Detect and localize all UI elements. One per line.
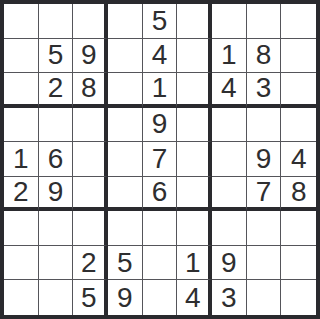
cell-r6c3[interactable] [73, 177, 108, 212]
given-digit: 4 [185, 284, 201, 312]
cell-r4c1[interactable] [4, 108, 39, 143]
given-digit: 8 [291, 178, 307, 206]
cell-r6c1[interactable]: 2 [4, 177, 39, 212]
cell-r7c6[interactable] [177, 211, 212, 246]
cell-r6c8[interactable]: 7 [247, 177, 282, 212]
cell-r7c4[interactable] [108, 211, 143, 246]
cell-r1c1[interactable] [4, 4, 39, 39]
cell-r4c8[interactable] [247, 108, 282, 143]
cell-r8c4[interactable]: 5 [108, 246, 143, 281]
cell-r6c4[interactable] [108, 177, 143, 212]
cell-r5c7[interactable] [212, 142, 247, 177]
cell-r4c4[interactable] [108, 108, 143, 143]
cell-r6c7[interactable] [212, 177, 247, 212]
cell-r8c6[interactable]: 1 [177, 246, 212, 281]
given-digit: 1 [152, 74, 168, 102]
cell-r4c5[interactable]: 9 [143, 108, 178, 143]
cell-r1c3[interactable] [73, 4, 108, 39]
cell-r3c5[interactable]: 1 [143, 73, 178, 108]
cell-r4c7[interactable] [212, 108, 247, 143]
cell-r6c2[interactable]: 9 [39, 177, 74, 212]
cell-r7c3[interactable] [73, 211, 108, 246]
given-digit: 6 [48, 145, 64, 173]
given-digit: 9 [256, 145, 272, 173]
cell-r2c5[interactable]: 4 [143, 39, 178, 74]
cell-r5c5[interactable]: 7 [143, 142, 178, 177]
cell-r8c1[interactable] [4, 246, 39, 281]
cell-r8c2[interactable] [39, 246, 74, 281]
cell-r7c9[interactable] [281, 211, 316, 246]
given-digit: 5 [81, 284, 97, 312]
given-digit: 6 [152, 178, 168, 206]
cell-r1c4[interactable] [108, 4, 143, 39]
cell-r9c6[interactable]: 4 [177, 280, 212, 315]
cell-r2c1[interactable] [4, 39, 39, 74]
cell-r9c2[interactable] [39, 280, 74, 315]
given-digit: 8 [256, 41, 272, 69]
cell-r3c4[interactable] [108, 73, 143, 108]
given-digit: 9 [81, 41, 97, 69]
given-digit: 9 [48, 178, 64, 206]
cell-r2c2[interactable]: 5 [39, 39, 74, 74]
cell-r7c7[interactable] [212, 211, 247, 246]
cell-r3c1[interactable] [4, 73, 39, 108]
cell-r9c5[interactable] [143, 280, 178, 315]
given-digit: 1 [221, 41, 237, 69]
given-digit: 2 [13, 178, 29, 206]
cell-r1c8[interactable] [247, 4, 282, 39]
cell-r7c2[interactable] [39, 211, 74, 246]
cell-r9c9[interactable] [281, 280, 316, 315]
given-digit: 9 [221, 249, 237, 277]
given-digit: 7 [256, 178, 272, 206]
cell-r3c6[interactable] [177, 73, 212, 108]
cell-r5c9[interactable]: 4 [281, 142, 316, 177]
cell-r7c5[interactable] [143, 211, 178, 246]
cell-r4c3[interactable] [73, 108, 108, 143]
cell-r9c3[interactable]: 5 [73, 280, 108, 315]
cell-r4c6[interactable] [177, 108, 212, 143]
cell-r3c7[interactable]: 4 [212, 73, 247, 108]
cell-r3c3[interactable]: 8 [73, 73, 108, 108]
cell-r3c8[interactable]: 3 [247, 73, 282, 108]
given-digit: 9 [152, 110, 168, 138]
cell-r2c9[interactable] [281, 39, 316, 74]
cell-r1c7[interactable] [212, 4, 247, 39]
cell-r1c9[interactable] [281, 4, 316, 39]
cell-r7c8[interactable] [247, 211, 282, 246]
cell-r3c9[interactable] [281, 73, 316, 108]
cell-r9c7[interactable]: 3 [212, 280, 247, 315]
given-digit: 9 [117, 284, 133, 312]
given-digit: 7 [152, 145, 168, 173]
given-digit: 8 [81, 74, 97, 102]
given-digit: 3 [256, 74, 272, 102]
cell-r1c6[interactable] [177, 4, 212, 39]
cell-r7c1[interactable] [4, 211, 39, 246]
given-digit: 3 [221, 284, 237, 312]
cell-r8c9[interactable] [281, 246, 316, 281]
cell-r1c5[interactable]: 5 [143, 4, 178, 39]
cell-r2c7[interactable]: 1 [212, 39, 247, 74]
given-digit: 5 [117, 249, 133, 277]
given-digit: 4 [291, 145, 307, 173]
cell-r5c2[interactable]: 6 [39, 142, 74, 177]
given-digit: 4 [152, 41, 168, 69]
cell-r5c3[interactable] [73, 142, 108, 177]
sudoku-board: 559418281439167942967825195943 [0, 0, 320, 319]
cell-r2c3[interactable]: 9 [73, 39, 108, 74]
cell-r8c5[interactable] [143, 246, 178, 281]
cell-r9c4[interactable]: 9 [108, 280, 143, 315]
given-digit: 5 [48, 41, 64, 69]
cell-r3c2[interactable]: 2 [39, 73, 74, 108]
cell-r9c1[interactable] [4, 280, 39, 315]
cell-r8c3[interactable]: 2 [73, 246, 108, 281]
cell-r5c6[interactable] [177, 142, 212, 177]
cell-r5c4[interactable] [108, 142, 143, 177]
given-digit: 2 [48, 74, 64, 102]
cell-r6c6[interactable] [177, 177, 212, 212]
cell-r1c2[interactable] [39, 4, 74, 39]
given-digit: 1 [13, 145, 29, 173]
cell-r6c5[interactable]: 6 [143, 177, 178, 212]
given-digit: 5 [152, 7, 168, 35]
given-digit: 2 [81, 249, 97, 277]
cell-r5c8[interactable]: 9 [247, 142, 282, 177]
cell-r2c8[interactable]: 8 [247, 39, 282, 74]
cell-r8c8[interactable] [247, 246, 282, 281]
cell-r2c4[interactable] [108, 39, 143, 74]
cell-r8c7[interactable]: 9 [212, 246, 247, 281]
cell-r5c1[interactable]: 1 [4, 142, 39, 177]
cell-r2c6[interactable] [177, 39, 212, 74]
cell-r4c2[interactable] [39, 108, 74, 143]
given-digit: 4 [221, 74, 237, 102]
cell-r6c9[interactable]: 8 [281, 177, 316, 212]
given-digit: 1 [185, 249, 201, 277]
cell-r9c8[interactable] [247, 280, 282, 315]
cell-r4c9[interactable] [281, 108, 316, 143]
